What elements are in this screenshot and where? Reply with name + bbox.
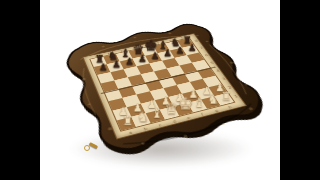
piece-glyph: ♞: [135, 110, 150, 123]
piece-glyph: ♜: [219, 91, 234, 103]
latch-hook-icon: [89, 142, 98, 149]
piece-glyph: ♟: [123, 57, 137, 67]
piece-black-pawn[interactable]: ♟: [94, 64, 111, 75]
piece-glyph: ♟: [161, 49, 174, 59]
piece-glyph: ♜: [120, 115, 136, 127]
piece-glyph: ♟: [136, 54, 149, 64]
piece-glyph: ♛: [164, 101, 179, 116]
piece-glyph: ♚: [178, 96, 193, 113]
product-photo: abcdefgh abcdefgh 87654321 ♜♞♝♛♚♝♞♜♟♟♟♟♟…: [40, 0, 280, 180]
piece-glyph: ♟: [186, 43, 199, 52]
piece-glyph: ♟: [110, 60, 124, 70]
letterbox-right: [280, 0, 320, 180]
brass-latch: [83, 141, 99, 154]
piece-glyph: ♝: [192, 96, 207, 109]
latch-ring-icon: [84, 145, 90, 151]
letterbox-left: [0, 0, 40, 180]
piece-glyph: ♟: [97, 63, 111, 73]
piece-glyph: ♟: [149, 51, 162, 61]
scene-3d: abcdefgh abcdefgh 87654321 ♜♞♝♛♚♝♞♜♟♟♟♟♟…: [40, 0, 280, 180]
piece-glyph: ♟: [174, 46, 187, 55]
piece-glyph: ♞: [206, 93, 221, 106]
piece-glyph: ♝: [150, 107, 165, 120]
screenshot: abcdefgh abcdefgh 87654321 ♜♞♝♛♚♝♞♜♟♟♟♟♟…: [0, 0, 320, 180]
